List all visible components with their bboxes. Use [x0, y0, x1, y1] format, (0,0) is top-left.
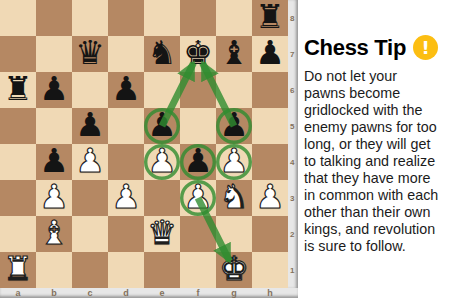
square-f5[interactable] — [180, 108, 216, 144]
square-e6[interactable] — [144, 72, 180, 108]
square-b7[interactable] — [36, 36, 72, 72]
rank-label-5: 5 — [288, 108, 298, 144]
piece-black-pawn[interactable]: ♟ — [219, 107, 249, 143]
square-f4[interactable]: ♟ — [180, 144, 216, 180]
square-f3[interactable]: ♟ — [180, 180, 216, 216]
screenshot: ♜♛♞♚♝♟♜♟♟♟♟♟♟♟♟♟♟♟♟♟♞♟♝♛♜♚ 87654321 abcd… — [0, 0, 450, 298]
piece-white-pawn[interactable]: ♟ — [219, 143, 249, 179]
square-c8[interactable] — [72, 0, 108, 36]
square-b3[interactable]: ♟ — [36, 180, 72, 216]
tip-header: Chess Tip ! — [304, 34, 450, 61]
square-e7[interactable]: ♞ — [144, 36, 180, 72]
rank-labels: 87654321 — [288, 0, 298, 288]
piece-white-pawn[interactable]: ♟ — [255, 179, 285, 215]
rank-label-8: 8 — [288, 0, 298, 36]
warning-icon: ! — [413, 35, 438, 60]
square-b5[interactable] — [36, 108, 72, 144]
piece-white-pawn[interactable]: ♟ — [183, 179, 213, 215]
square-g7[interactable]: ♝ — [216, 36, 252, 72]
square-c6[interactable] — [72, 72, 108, 108]
square-a3[interactable] — [0, 180, 36, 216]
square-d6[interactable]: ♟ — [108, 72, 144, 108]
square-h1[interactable] — [252, 252, 288, 288]
square-c7[interactable]: ♛ — [72, 36, 108, 72]
piece-black-rook[interactable]: ♜ — [3, 71, 33, 107]
piece-black-pawn[interactable]: ♟ — [147, 107, 177, 143]
piece-black-pawn[interactable]: ♟ — [255, 35, 285, 71]
piece-white-pawn[interactable]: ♟ — [147, 143, 177, 179]
piece-black-pawn[interactable]: ♟ — [39, 71, 69, 107]
square-d8[interactable] — [108, 0, 144, 36]
piece-black-rook[interactable]: ♜ — [255, 0, 285, 35]
rank-label-7: 7 — [288, 36, 298, 72]
square-d3[interactable]: ♟ — [108, 180, 144, 216]
square-c4[interactable]: ♟ — [72, 144, 108, 180]
square-a4[interactable] — [0, 144, 36, 180]
square-e5[interactable]: ♟ — [144, 108, 180, 144]
file-label-a: a — [0, 288, 36, 298]
file-label-c: c — [72, 288, 108, 298]
rank-label-1: 1 — [288, 252, 298, 288]
piece-black-knight[interactable]: ♞ — [147, 35, 177, 71]
square-c1[interactable] — [72, 252, 108, 288]
file-label-f: f — [180, 288, 216, 298]
piece-white-pawn[interactable]: ♟ — [75, 143, 105, 179]
square-b1[interactable] — [36, 252, 72, 288]
square-h6[interactable] — [252, 72, 288, 108]
square-d4[interactable] — [108, 144, 144, 180]
square-f6[interactable] — [180, 72, 216, 108]
square-b4[interactable]: ♟ — [36, 144, 72, 180]
piece-black-queen[interactable]: ♛ — [75, 35, 105, 71]
square-f7[interactable]: ♚ — [180, 36, 216, 72]
piece-white-queen[interactable]: ♛ — [147, 215, 177, 251]
square-d1[interactable] — [108, 252, 144, 288]
square-f1[interactable] — [180, 252, 216, 288]
square-c5[interactable]: ♟ — [72, 108, 108, 144]
piece-white-bishop[interactable]: ♝ — [39, 215, 69, 251]
file-label-e: e — [144, 288, 180, 298]
file-label-h: h — [252, 288, 288, 298]
square-a5[interactable] — [0, 108, 36, 144]
square-g6[interactable] — [216, 72, 252, 108]
square-c3[interactable] — [72, 180, 108, 216]
square-a1[interactable]: ♜ — [0, 252, 36, 288]
square-e2[interactable]: ♛ — [144, 216, 180, 252]
square-h4[interactable] — [252, 144, 288, 180]
piece-black-pawn[interactable]: ♟ — [75, 107, 105, 143]
square-g3[interactable]: ♞ — [216, 180, 252, 216]
square-e3[interactable] — [144, 180, 180, 216]
rank-label-2: 2 — [288, 216, 298, 252]
file-label-b: b — [36, 288, 72, 298]
piece-black-pawn[interactable]: ♟ — [183, 143, 213, 179]
rank-label-4: 4 — [288, 144, 298, 180]
square-e1[interactable] — [144, 252, 180, 288]
square-g8[interactable] — [216, 0, 252, 36]
tip-panel: Chess Tip ! Do not let your pawns become… — [298, 0, 450, 298]
square-h8[interactable]: ♜ — [252, 0, 288, 36]
square-b8[interactable] — [36, 0, 72, 36]
rank-label-3: 3 — [288, 180, 298, 216]
square-g1[interactable]: ♚ — [216, 252, 252, 288]
piece-white-rook[interactable]: ♜ — [3, 251, 33, 287]
tip-title: Chess Tip — [304, 34, 406, 61]
piece-white-pawn[interactable]: ♟ — [39, 179, 69, 215]
rank-label-6: 6 — [288, 72, 298, 108]
square-g2[interactable] — [216, 216, 252, 252]
square-e8[interactable] — [144, 0, 180, 36]
piece-black-king[interactable]: ♚ — [183, 35, 213, 71]
square-f2[interactable] — [180, 216, 216, 252]
square-h2[interactable] — [252, 216, 288, 252]
tip-body: Do not let your pawns become gridlocked … — [304, 68, 450, 255]
square-a6[interactable]: ♜ — [0, 72, 36, 108]
board: ♜♛♞♚♝♟♜♟♟♟♟♟♟♟♟♟♟♟♟♟♞♟♝♛♜♚ — [0, 0, 288, 288]
file-label-g: g — [216, 288, 252, 298]
square-d5[interactable] — [108, 108, 144, 144]
square-a8[interactable] — [0, 0, 36, 36]
square-h5[interactable] — [252, 108, 288, 144]
square-b2[interactable]: ♝ — [36, 216, 72, 252]
square-h3[interactable]: ♟ — [252, 180, 288, 216]
square-a2[interactable] — [0, 216, 36, 252]
file-label-d: d — [108, 288, 144, 298]
square-f8[interactable] — [180, 0, 216, 36]
piece-white-knight[interactable]: ♞ — [219, 179, 249, 215]
square-g4[interactable]: ♟ — [216, 144, 252, 180]
piece-black-pawn[interactable]: ♟ — [111, 71, 141, 107]
square-a7[interactable] — [0, 36, 36, 72]
piece-white-pawn[interactable]: ♟ — [111, 179, 141, 215]
piece-black-pawn[interactable]: ♟ — [39, 143, 69, 179]
square-d7[interactable] — [108, 36, 144, 72]
square-d2[interactable] — [108, 216, 144, 252]
square-b6[interactable]: ♟ — [36, 72, 72, 108]
square-e4[interactable]: ♟ — [144, 144, 180, 180]
square-c2[interactable] — [72, 216, 108, 252]
piece-black-bishop[interactable]: ♝ — [219, 35, 249, 71]
file-labels: abcdefgh — [0, 288, 298, 298]
square-g5[interactable]: ♟ — [216, 108, 252, 144]
piece-white-king[interactable]: ♚ — [219, 251, 249, 287]
square-h7[interactable]: ♟ — [252, 36, 288, 72]
